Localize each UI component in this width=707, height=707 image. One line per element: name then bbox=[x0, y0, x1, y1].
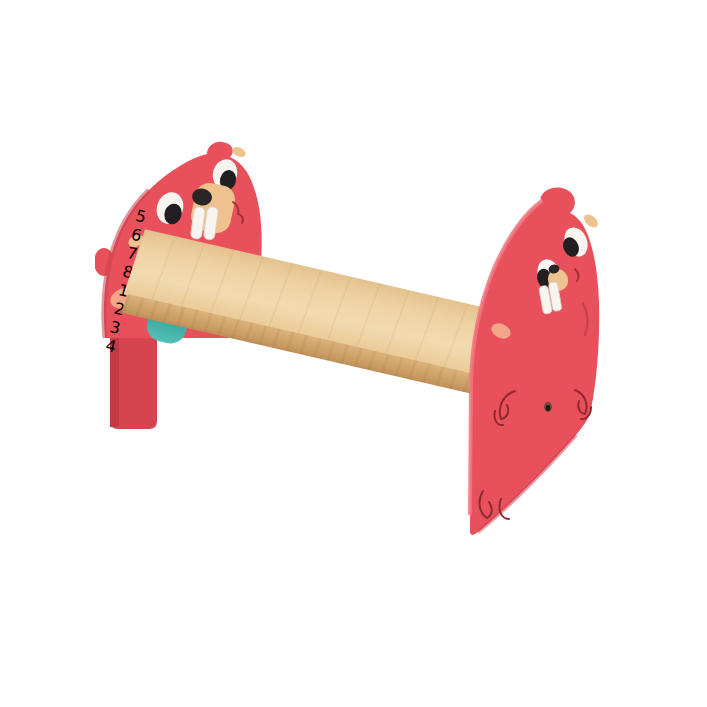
right-beaver-panel bbox=[455, 185, 655, 570]
right-panel-screw-hole-center bbox=[546, 405, 550, 411]
right-beaver-ear-inner bbox=[582, 212, 601, 230]
toy-product-photo: 5 6 7 8 bbox=[0, 0, 707, 707]
left-beaver-ear-inner bbox=[231, 145, 247, 159]
